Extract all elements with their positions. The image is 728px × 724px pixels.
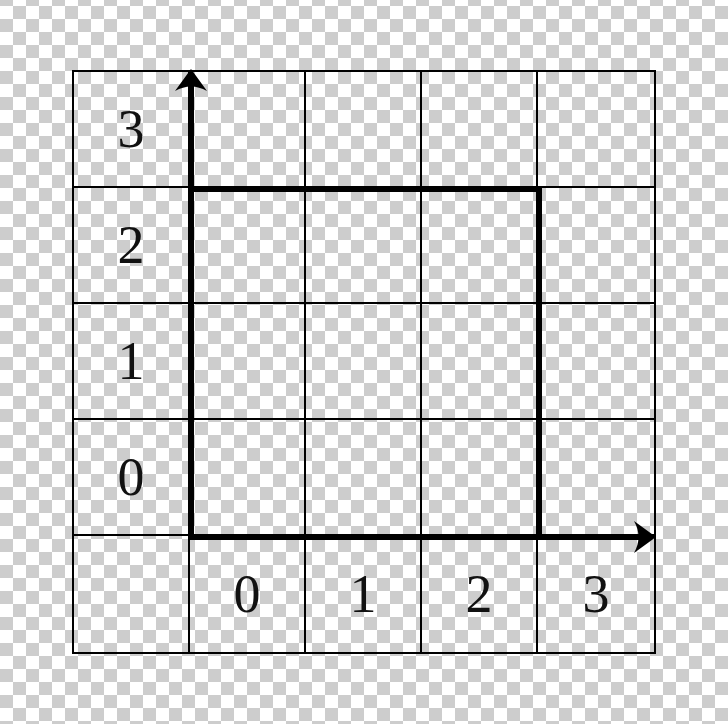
cell-r1-c2: [306, 188, 422, 304]
cell-r4-c1: 0: [190, 536, 306, 652]
diagram-canvas: 3 2 1 0 0 1 2 3: [0, 0, 728, 724]
highlight-square-right-edge: [536, 186, 542, 540]
y-axis-label-2: 2: [118, 218, 145, 272]
cell-r2-c0: 1: [74, 304, 190, 420]
y-axis-label-3: 3: [118, 102, 145, 156]
cell-r0-c4: [538, 72, 654, 188]
x-axis-line: [188, 534, 650, 540]
cell-r2-c4: [538, 304, 654, 420]
cell-r4-c3: 2: [422, 536, 538, 652]
cell-r4-c4: 3: [538, 536, 654, 652]
x-axis-label-3: 3: [583, 567, 610, 621]
y-axis-label-0: 0: [118, 450, 145, 504]
cell-r3-c0: 0: [74, 420, 190, 536]
lattice-grid: 3 2 1 0 0 1 2 3: [72, 70, 656, 654]
cell-r3-c3: [422, 420, 538, 536]
x-axis-label-1: 1: [350, 567, 377, 621]
cell-r0-c0: 3: [74, 72, 190, 188]
y-axis-label-1: 1: [118, 334, 145, 388]
y-axis-line: [188, 76, 194, 540]
x-axis-label-2: 2: [466, 567, 493, 621]
x-axis-label-0: 0: [234, 567, 261, 621]
cell-r3-c1: [190, 420, 306, 536]
cell-r3-c4: [538, 420, 654, 536]
cell-r1-c4: [538, 188, 654, 304]
cell-r1-c3: [422, 188, 538, 304]
cell-r4-c2: 1: [306, 536, 422, 652]
cell-r2-c1: [190, 304, 306, 420]
cell-r1-c0: 2: [74, 188, 190, 304]
right-arrow-icon: [634, 521, 656, 553]
cell-r0-c3: [422, 72, 538, 188]
cell-r0-c1: [190, 72, 306, 188]
cell-r0-c2: [306, 72, 422, 188]
cell-r1-c1: [190, 188, 306, 304]
cell-r4-c0: [74, 536, 190, 652]
highlight-square-top-edge: [188, 186, 542, 192]
cell-r2-c2: [306, 304, 422, 420]
cell-r3-c2: [306, 420, 422, 536]
cell-r2-c3: [422, 304, 538, 420]
up-arrow-icon: [175, 69, 207, 91]
